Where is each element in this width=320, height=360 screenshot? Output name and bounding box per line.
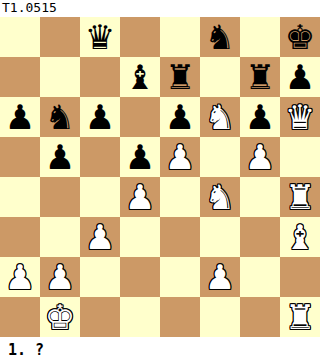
square-h7[interactable]: ♟ (280, 57, 320, 97)
square-c8[interactable]: ♛ (80, 17, 120, 57)
square-h3[interactable]: ♝ (280, 217, 320, 257)
square-e6[interactable]: ♟ (160, 97, 200, 137)
black-rook: ♜ (240, 57, 280, 97)
white-bishop: ♝ (280, 217, 320, 257)
square-c1[interactable] (80, 297, 120, 337)
square-g3[interactable] (240, 217, 280, 257)
square-d1[interactable] (120, 297, 160, 337)
square-a8[interactable] (0, 17, 40, 57)
square-a4[interactable] (0, 177, 40, 217)
black-king: ♚ (280, 17, 320, 57)
square-b4[interactable] (40, 177, 80, 217)
square-d8[interactable] (120, 17, 160, 57)
black-knight: ♞ (40, 97, 80, 137)
square-b6[interactable]: ♞ (40, 97, 80, 137)
square-f2[interactable]: ♟ (200, 257, 240, 297)
square-e3[interactable] (160, 217, 200, 257)
square-g1[interactable] (240, 297, 280, 337)
square-a7[interactable] (0, 57, 40, 97)
white-pawn: ♟ (40, 257, 80, 297)
square-b2[interactable]: ♟ (40, 257, 80, 297)
move-prompt: 1. ? (8, 341, 320, 359)
square-d4[interactable]: ♟ (120, 177, 160, 217)
square-a1[interactable] (0, 297, 40, 337)
white-pawn: ♟ (80, 217, 120, 257)
square-c7[interactable] (80, 57, 120, 97)
black-rook: ♜ (160, 57, 200, 97)
square-a3[interactable] (0, 217, 40, 257)
square-b7[interactable] (40, 57, 80, 97)
square-c6[interactable]: ♟ (80, 97, 120, 137)
square-f8[interactable]: ♞ (200, 17, 240, 57)
black-pawn: ♟ (280, 57, 320, 97)
square-f1[interactable] (200, 297, 240, 337)
square-e8[interactable] (160, 17, 200, 57)
square-d5[interactable]: ♟ (120, 137, 160, 177)
black-queen: ♛ (80, 17, 120, 57)
white-knight: ♞ (200, 97, 240, 137)
square-h1[interactable]: ♜ (280, 297, 320, 337)
square-e4[interactable] (160, 177, 200, 217)
square-c3[interactable]: ♟ (80, 217, 120, 257)
black-pawn: ♟ (40, 137, 80, 177)
white-pawn: ♟ (160, 137, 200, 177)
square-f3[interactable] (200, 217, 240, 257)
square-g7[interactable]: ♜ (240, 57, 280, 97)
white-pawn: ♟ (120, 177, 160, 217)
black-pawn: ♟ (160, 97, 200, 137)
square-b3[interactable] (40, 217, 80, 257)
black-pawn: ♟ (80, 97, 120, 137)
square-h4[interactable]: ♜ (280, 177, 320, 217)
square-d7[interactable]: ♝ (120, 57, 160, 97)
square-c5[interactable] (80, 137, 120, 177)
square-g8[interactable] (240, 17, 280, 57)
black-pawn: ♟ (240, 97, 280, 137)
square-c4[interactable] (80, 177, 120, 217)
square-g4[interactable] (240, 177, 280, 217)
white-pawn: ♟ (200, 257, 240, 297)
square-b1[interactable]: ♚ (40, 297, 80, 337)
white-king: ♚ (40, 297, 80, 337)
square-f6[interactable]: ♞ (200, 97, 240, 137)
square-g6[interactable]: ♟ (240, 97, 280, 137)
black-knight: ♞ (200, 17, 240, 57)
square-g2[interactable] (240, 257, 280, 297)
square-e7[interactable]: ♜ (160, 57, 200, 97)
square-f7[interactable] (200, 57, 240, 97)
square-a2[interactable]: ♟ (0, 257, 40, 297)
square-h5[interactable] (280, 137, 320, 177)
chess-board: ♛♞♚♝♜♜♟♟♞♟♟♞♟♛♟♟♟♟♟♞♜♟♝♟♟♟♚♜ (0, 17, 320, 337)
white-pawn: ♟ (240, 137, 280, 177)
square-g5[interactable]: ♟ (240, 137, 280, 177)
square-d6[interactable] (120, 97, 160, 137)
white-knight: ♞ (200, 177, 240, 217)
white-pawn: ♟ (0, 257, 40, 297)
white-queen: ♛ (280, 97, 320, 137)
square-b5[interactable]: ♟ (40, 137, 80, 177)
puzzle-id: T1.0515 (0, 0, 320, 17)
white-rook: ♜ (280, 177, 320, 217)
square-a6[interactable]: ♟ (0, 97, 40, 137)
square-h2[interactable] (280, 257, 320, 297)
square-a5[interactable] (0, 137, 40, 177)
white-rook: ♜ (280, 297, 320, 337)
square-e2[interactable] (160, 257, 200, 297)
square-h6[interactable]: ♛ (280, 97, 320, 137)
black-pawn: ♟ (0, 97, 40, 137)
square-d3[interactable] (120, 217, 160, 257)
black-pawn: ♟ (120, 137, 160, 177)
square-d2[interactable] (120, 257, 160, 297)
square-e1[interactable] (160, 297, 200, 337)
square-f4[interactable]: ♞ (200, 177, 240, 217)
black-bishop: ♝ (120, 57, 160, 97)
square-h8[interactable]: ♚ (280, 17, 320, 57)
square-f5[interactable] (200, 137, 240, 177)
square-c2[interactable] (80, 257, 120, 297)
square-b8[interactable] (40, 17, 80, 57)
square-e5[interactable]: ♟ (160, 137, 200, 177)
